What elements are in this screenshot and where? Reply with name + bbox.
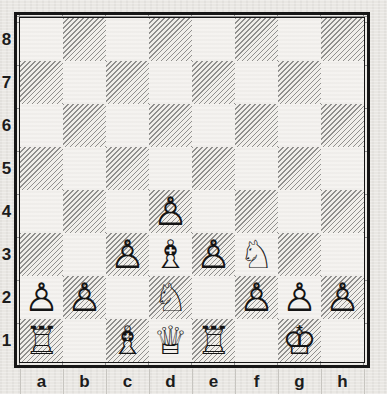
rank-label-7: 7 [0,61,13,104]
white-bishop: ♗ [149,233,192,276]
white-pawn: ♙ [149,190,192,233]
square-f8 [235,18,278,61]
square-c3: ♙ [106,233,149,276]
board-inner-border: ♙♙♗♙♘♙♙♘♙♙♙♖♗♕♖♔ [19,17,365,363]
square-h6 [321,104,364,147]
file-label-h: h [321,371,364,393]
board-border: ♙♙♗♙♘♙♙♘♙♙♙♖♗♕♖♔ [14,12,370,368]
square-d2: ♘ [149,276,192,319]
square-b2: ♙ [63,276,106,319]
square-f3: ♘ [235,233,278,276]
square-b1 [63,319,106,362]
square-c1: ♗ [106,319,149,362]
square-a3 [20,233,63,276]
square-e5 [192,147,235,190]
square-c4 [106,190,149,233]
square-e6 [192,104,235,147]
square-f4 [235,190,278,233]
chess-board: ♙♙♗♙♘♙♙♘♙♙♙♖♗♕♖♔ [20,18,364,362]
square-a6 [20,104,63,147]
square-g1: ♔ [278,319,321,362]
white-pawn: ♙ [106,233,149,276]
square-g7 [278,61,321,104]
square-d1: ♕ [149,319,192,362]
white-pawn: ♙ [321,276,364,319]
square-b7 [63,61,106,104]
square-d7 [149,61,192,104]
square-g3 [278,233,321,276]
square-f2: ♙ [235,276,278,319]
square-h3 [321,233,364,276]
file-label-d: d [149,371,192,393]
white-pawn: ♙ [235,276,278,319]
square-a5 [20,147,63,190]
square-d8 [149,18,192,61]
square-e7 [192,61,235,104]
white-pawn: ♙ [20,276,63,319]
rank-label-3: 3 [0,233,13,276]
square-a4 [20,190,63,233]
file-label-c: c [106,371,149,393]
rank-label-1: 1 [0,319,13,362]
square-e2 [192,276,235,319]
square-b3 [63,233,106,276]
chess-diagram-page: ♙♙♗♙♘♙♙♘♙♙♙♖♗♕♖♔ 87654321 abcdefgh [0,0,387,394]
square-g2: ♙ [278,276,321,319]
square-c7 [106,61,149,104]
square-a8 [20,18,63,61]
square-c8 [106,18,149,61]
square-g6 [278,104,321,147]
rank-label-8: 8 [0,18,13,61]
square-d3: ♗ [149,233,192,276]
square-g4 [278,190,321,233]
square-h5 [321,147,364,190]
white-rook: ♖ [20,319,63,362]
square-a1: ♖ [20,319,63,362]
square-c2 [106,276,149,319]
square-b4 [63,190,106,233]
white-king: ♔ [278,319,321,362]
square-f6 [235,104,278,147]
square-h1 [321,319,364,362]
white-pawn: ♙ [63,276,106,319]
square-b6 [63,104,106,147]
rank-label-2: 2 [0,276,13,319]
square-h7 [321,61,364,104]
square-b8 [63,18,106,61]
square-a2: ♙ [20,276,63,319]
rank-label-6: 6 [0,104,13,147]
white-pawn: ♙ [278,276,321,319]
file-label-f: f [235,371,278,393]
square-d5 [149,147,192,190]
square-c6 [106,104,149,147]
square-d6 [149,104,192,147]
square-e8 [192,18,235,61]
square-a7 [20,61,63,104]
square-f1 [235,319,278,362]
square-h4 [321,190,364,233]
file-label-g: g [278,371,321,393]
file-label-e: e [192,371,235,393]
white-queen: ♕ [149,319,192,362]
square-e1: ♖ [192,319,235,362]
white-pawn: ♙ [192,233,235,276]
square-h2: ♙ [321,276,364,319]
square-f5 [235,147,278,190]
white-bishop: ♗ [106,319,149,362]
square-f7 [235,61,278,104]
square-c5 [106,147,149,190]
rank-label-5: 5 [0,147,13,190]
square-e4 [192,190,235,233]
white-knight: ♘ [235,233,278,276]
rank-label-4: 4 [0,190,13,233]
square-g5 [278,147,321,190]
white-knight: ♘ [149,276,192,319]
square-h8 [321,18,364,61]
file-label-b: b [63,371,106,393]
square-e3: ♙ [192,233,235,276]
file-label-a: a [20,371,63,393]
square-b5 [63,147,106,190]
square-g8 [278,18,321,61]
square-d4: ♙ [149,190,192,233]
white-rook: ♖ [192,319,235,362]
